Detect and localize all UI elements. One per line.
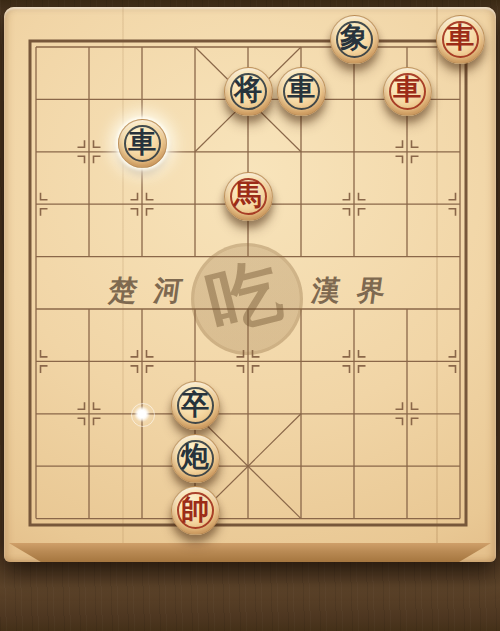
piece-glyph: 馬: [234, 181, 262, 209]
river-label-chu-he: 楚河: [106, 272, 201, 310]
xiangqi-piece-red[interactable]: 馬: [224, 172, 273, 221]
piece-glyph: 車: [393, 76, 421, 104]
xiangqi-piece-black[interactable]: 車: [118, 119, 167, 168]
piece-glyph: 帥: [181, 496, 209, 524]
xiangqi-piece-black[interactable]: 将: [224, 67, 273, 116]
capture-watermark-seal: 吃: [191, 243, 303, 355]
piece-glyph: 卒: [181, 391, 209, 419]
piece-glyph: 車: [287, 76, 315, 104]
river-label-han-jie: 漢界: [309, 272, 404, 310]
watermark-glyph: 吃: [198, 242, 291, 353]
piece-glyph: 象: [340, 24, 368, 52]
piece-glyph: 車: [446, 24, 474, 52]
xiangqi-piece-red[interactable]: 車: [383, 67, 432, 116]
bottom-status-bar: 步数 : 3 Bai du 经验 jingyan.baidu.com: [0, 562, 500, 631]
piece-glyph: 車: [128, 129, 156, 157]
xiangqi-piece-black[interactable]: 象: [330, 15, 379, 64]
piece-glyph: 炮: [181, 443, 209, 471]
xiangqi-piece-black[interactable]: 車: [277, 67, 326, 116]
xiangqi-piece-red[interactable]: 車: [436, 15, 485, 64]
piece-glyph: 将: [234, 76, 262, 104]
xiangqi-piece-black[interactable]: 炮: [171, 434, 220, 483]
board-bevel-edge: [4, 543, 496, 562]
xiangqi-piece-red[interactable]: 帥: [171, 486, 220, 535]
xiangqi-piece-black[interactable]: 卒: [171, 381, 220, 430]
xiangqi-game-screen: 楚河 漢界 吃 象車将車車車馬卒炮帥 步数 : 3 Bai du 经验 jing…: [0, 0, 500, 631]
